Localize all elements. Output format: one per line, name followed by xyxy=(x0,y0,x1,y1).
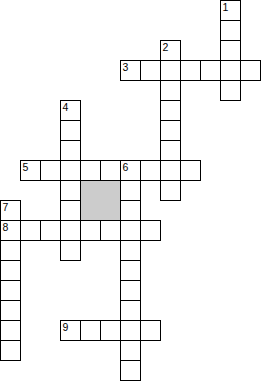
clue-number-4: 4 xyxy=(63,102,69,113)
crossword-cell[interactable] xyxy=(60,240,81,261)
crossword-cell[interactable] xyxy=(160,100,181,121)
crossword-cell[interactable] xyxy=(100,320,121,341)
crossword-cell[interactable] xyxy=(220,20,241,41)
clue-number-6: 6 xyxy=(123,162,129,173)
crossword-cell[interactable] xyxy=(140,160,161,181)
crossword-cell[interactable] xyxy=(60,160,81,181)
crossword-cell[interactable] xyxy=(160,180,181,201)
clue-number-3: 3 xyxy=(123,62,129,73)
clue-number-9: 9 xyxy=(63,322,69,333)
crossword-cell[interactable] xyxy=(120,220,141,241)
crossword-cell[interactable] xyxy=(180,160,201,181)
crossword-cell[interactable] xyxy=(0,340,21,361)
crossword-cell[interactable] xyxy=(120,260,141,281)
crossword-cell[interactable] xyxy=(120,240,141,261)
crossword-cell[interactable] xyxy=(60,140,81,161)
crossword-cell[interactable] xyxy=(60,180,81,201)
crossword-cell[interactable] xyxy=(100,160,121,181)
crossword-cell[interactable] xyxy=(60,220,81,241)
crossword-cell[interactable] xyxy=(200,60,221,81)
crossword-cell[interactable] xyxy=(240,60,261,81)
crossword-cell[interactable] xyxy=(0,260,21,281)
crossword-cell[interactable] xyxy=(40,160,61,181)
crossword-cell[interactable] xyxy=(80,160,101,181)
crossword-cell[interactable] xyxy=(140,320,161,341)
shaded-block-cell xyxy=(80,180,121,221)
crossword-cell[interactable] xyxy=(160,120,181,141)
crossword-board: 123456789 xyxy=(0,0,261,381)
crossword-cell[interactable] xyxy=(160,140,181,161)
crossword-cell[interactable] xyxy=(120,340,141,361)
clue-number-7: 7 xyxy=(3,202,9,213)
crossword-cell[interactable] xyxy=(120,320,141,341)
crossword-cell[interactable] xyxy=(100,220,121,241)
crossword-cell[interactable] xyxy=(140,60,161,81)
crossword-cell[interactable] xyxy=(120,200,141,221)
crossword-cell[interactable] xyxy=(60,120,81,141)
crossword-cell[interactable] xyxy=(120,360,141,381)
crossword-cell[interactable] xyxy=(0,320,21,341)
crossword-cell[interactable] xyxy=(160,80,181,101)
crossword-cell[interactable] xyxy=(120,280,141,301)
crossword-cell[interactable] xyxy=(140,220,161,241)
crossword-cell[interactable] xyxy=(80,220,101,241)
crossword-cell[interactable] xyxy=(220,60,241,81)
clue-number-8: 8 xyxy=(3,222,9,233)
clue-number-2: 2 xyxy=(163,42,169,53)
crossword-cell[interactable] xyxy=(0,240,21,261)
crossword-cell[interactable] xyxy=(40,220,61,241)
crossword-cell[interactable] xyxy=(80,320,101,341)
crossword-cell[interactable] xyxy=(220,40,241,61)
crossword-cell[interactable] xyxy=(60,200,81,221)
crossword-cell[interactable] xyxy=(120,300,141,321)
crossword-cell[interactable] xyxy=(0,300,21,321)
clue-number-1: 1 xyxy=(223,2,229,13)
crossword-cell[interactable] xyxy=(160,160,181,181)
crossword-cell[interactable] xyxy=(160,60,181,81)
crossword-cell[interactable] xyxy=(120,180,141,201)
crossword-cell[interactable] xyxy=(220,80,241,101)
crossword-cell[interactable] xyxy=(180,60,201,81)
crossword-cell[interactable] xyxy=(20,220,41,241)
crossword-cell[interactable] xyxy=(0,280,21,301)
clue-number-5: 5 xyxy=(23,162,29,173)
